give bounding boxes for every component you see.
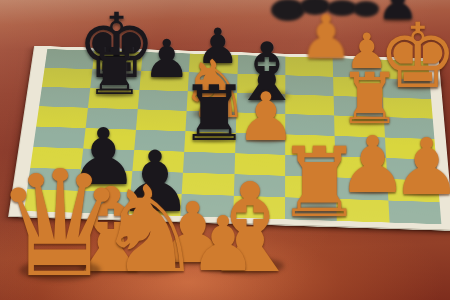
piece-white-pawn-h2[interactable]: ♟ [392, 128, 450, 206]
chess-photo-scene: ♟♟ ♟♟♚♟♚♜♝♞♜♜♟♟♟♟♟♜ ♛♝♞♟♟♝ [0, 0, 450, 300]
captured-black-piece-blob-3 [353, 1, 379, 17]
captured-white-pawn-4[interactable]: ♟ [189, 207, 257, 282]
captured-white-queen-0[interactable]: ♛ [0, 152, 126, 299]
piece-black-rook-b6[interactable]: ♜ [85, 40, 143, 105]
